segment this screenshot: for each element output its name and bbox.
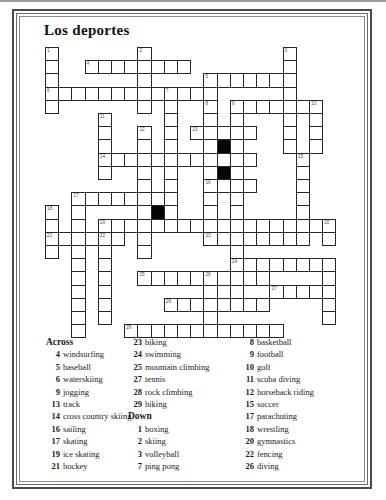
cell-number: 8 (205, 101, 208, 106)
grid-cell: 24 (230, 258, 244, 272)
grid-cell (124, 192, 138, 206)
clue-number: 7 (128, 460, 142, 472)
grid-cell (309, 126, 323, 140)
grid-cell (283, 285, 297, 299)
clue-item: 29hiking (128, 398, 209, 410)
clue-text: waterskiing (63, 374, 103, 384)
cell-number: 23 (205, 233, 210, 238)
grid-cell (71, 219, 85, 233)
grid-cell (203, 87, 217, 101)
grid-cell (164, 179, 178, 193)
clue-text: diving (257, 461, 279, 471)
clue-text: skiing (145, 436, 166, 446)
grid-cell (71, 285, 85, 299)
grid-cell (164, 205, 178, 219)
grid-cell (256, 298, 270, 312)
grid-cell (269, 100, 283, 114)
clue-number: 10 (240, 361, 254, 373)
cell-number: 26 (205, 272, 210, 277)
grid-cell (71, 271, 85, 285)
grid-cell (137, 232, 151, 246)
grid-cell (98, 311, 112, 325)
clue-item: 21hockey (46, 460, 131, 472)
grid-cell: 16 (203, 179, 217, 193)
clue-text: hiking (145, 399, 167, 409)
grid-cell (283, 60, 297, 74)
cell-number: 19 (100, 220, 105, 225)
clue-text: horseback riding (257, 387, 314, 397)
cell-number: 1 (47, 48, 50, 53)
grid-cell (111, 60, 125, 74)
grid-cell: 26 (203, 271, 217, 285)
clue-item: 2skiing (128, 435, 209, 447)
grid-cell: 25 (137, 271, 151, 285)
cell-number: 20 (324, 220, 329, 225)
grid-cell (111, 232, 125, 246)
grid-cell (45, 219, 59, 233)
grid-cell (151, 219, 165, 233)
grid-cell (124, 87, 138, 101)
grid-cell (151, 192, 165, 206)
clue-item: 10golf (240, 361, 314, 373)
grid-cell (230, 153, 244, 167)
clue-number: 5 (46, 361, 60, 373)
grid-cell (151, 153, 165, 167)
grid-cell (243, 73, 257, 87)
grid-cell (137, 87, 151, 101)
grid-cell: 23 (203, 232, 217, 246)
cell-number: 18 (47, 206, 52, 211)
clue-number: 24 (128, 348, 142, 360)
grid-cell (190, 298, 204, 312)
grid-cell (164, 271, 178, 285)
clue-text: windsurfing (63, 349, 104, 359)
grid-cell: 7 (164, 87, 178, 101)
cell-number: 6 (47, 88, 50, 93)
clue-item: 20gymnastics (240, 435, 314, 447)
grid-cell: 13 (190, 126, 204, 140)
clue-text: swimming (145, 349, 181, 359)
grid-cell: 19 (98, 219, 112, 233)
grid-cell (164, 60, 178, 74)
clue-text: scuba diving (257, 374, 300, 384)
grid-cell (309, 285, 323, 299)
crossword-grid: 1234567891011121314151617181920212223242… (45, 47, 336, 338)
grid-cell (71, 232, 85, 246)
grid-cell (283, 73, 297, 87)
grid-cell: 17 (71, 192, 85, 206)
grid-cell (243, 298, 257, 312)
grid-cell (322, 311, 336, 325)
grid-cell (217, 324, 231, 338)
clue-text: jogging (63, 387, 89, 397)
clue-text: mountain climbing (145, 362, 209, 372)
grid-cell (230, 271, 244, 285)
grid-cell: 18 (45, 205, 59, 219)
clue-item: 22fencing (240, 448, 314, 460)
clue-number: 19 (46, 448, 60, 460)
grid-cell (296, 192, 310, 206)
grid-cell (203, 205, 217, 219)
grid-cell (256, 73, 270, 87)
grid-cell (98, 192, 112, 206)
grid-cell (243, 179, 257, 193)
grid-cell (111, 192, 125, 206)
cell-number: 29 (126, 325, 131, 330)
grid-cell (98, 298, 112, 312)
clue-item: 14cross country skiing (46, 410, 131, 422)
clue-number: 21 (46, 460, 60, 472)
grid-cell (283, 87, 297, 101)
clue-text: volleyball (145, 449, 179, 459)
grid-cell: 8 (203, 100, 217, 114)
grid-cell (137, 245, 151, 259)
grid-cell (217, 232, 231, 246)
grid-cell (269, 219, 283, 233)
grid-cell (256, 219, 270, 233)
grid-cell (177, 298, 191, 312)
grid-cell (111, 153, 125, 167)
grid-cell (322, 258, 336, 272)
grid-cell (124, 60, 138, 74)
clue-number: 17 (240, 410, 254, 422)
grid-cell (45, 245, 59, 259)
clue-item: 3volleyball (128, 448, 209, 460)
grid-cell: 11 (98, 113, 112, 127)
cell-number: 22 (100, 233, 105, 238)
grid-cell (217, 271, 231, 285)
grid-cell (45, 73, 59, 87)
grid-cell (164, 166, 178, 180)
grid-cell (283, 113, 297, 127)
clue-number: 29 (128, 398, 142, 410)
grid-cell (296, 258, 310, 272)
grid-cell (322, 285, 336, 299)
cell-number: 5 (205, 74, 208, 79)
grid-cell (164, 153, 178, 167)
clue-item: 17parachuting (240, 410, 314, 422)
grid-cell: 4 (85, 60, 99, 74)
cell-number: 17 (73, 193, 78, 198)
clue-number: 22 (240, 448, 254, 460)
grid-cell (230, 139, 244, 153)
grid-cell (203, 219, 217, 233)
grid-cell: 27 (269, 285, 283, 299)
clue-number: 14 (46, 410, 60, 422)
clue-item: 15soccer (240, 398, 314, 410)
grid-cell (124, 219, 138, 233)
grid-cell (190, 87, 204, 101)
grid-cell (137, 179, 151, 193)
clue-number: 23 (128, 336, 142, 348)
cell-number: 3 (285, 48, 288, 53)
clue-item: 7ping pong (128, 460, 209, 472)
grid-cell (243, 258, 257, 272)
grid-cell (137, 73, 151, 87)
grid-cell (45, 60, 59, 74)
grid-cell (283, 139, 297, 153)
clue-number: 27 (128, 373, 142, 385)
grid-cell (85, 87, 99, 101)
grid-cell (71, 87, 85, 101)
grid-cell (85, 232, 99, 246)
grid-cell (98, 166, 112, 180)
cell-number: 13 (192, 127, 197, 132)
grid-cell (296, 166, 310, 180)
clue-text: ping pong (145, 461, 179, 471)
clue-number: 12 (240, 386, 254, 398)
grid-cell (296, 100, 310, 114)
clue-item: 9football (240, 348, 314, 360)
grid-cell (58, 87, 72, 101)
grid-cell (98, 285, 112, 299)
grid-cell (243, 126, 257, 140)
clue-text: parachuting (257, 411, 297, 421)
grid-cell (151, 87, 165, 101)
clue-text: tennis (145, 374, 165, 384)
grid-cell (98, 245, 112, 259)
grid-cell (71, 298, 85, 312)
grid-cell (322, 232, 336, 246)
clue-text: hockey (63, 461, 88, 471)
down-header: Down (128, 410, 209, 422)
grid-cell (243, 153, 257, 167)
grid-cell (296, 205, 310, 219)
clue-text: soccer (257, 399, 279, 409)
clue-number: 9 (240, 348, 254, 360)
clue-number: 11 (240, 373, 254, 385)
clue-number: 17 (46, 435, 60, 447)
clue-number: 16 (46, 423, 60, 435)
grid-cell (217, 153, 231, 167)
grid-cell: 10 (309, 100, 323, 114)
cell-number: 15 (298, 154, 303, 159)
clue-number: 20 (240, 435, 254, 447)
grid-cell (243, 271, 257, 285)
cell-number: 16 (205, 180, 210, 185)
clue-item: 26diving (240, 460, 314, 472)
grid-cell (309, 113, 323, 127)
clue-number: 15 (240, 398, 254, 410)
grid-cell (203, 311, 217, 325)
grid-cell (217, 219, 231, 233)
grid-cell (137, 60, 151, 74)
black-cell (217, 166, 231, 180)
grid-cell (243, 100, 257, 114)
grid-cell (230, 73, 244, 87)
grid-cell (309, 219, 323, 233)
grid-cell (98, 87, 112, 101)
across-header: Across (46, 336, 131, 348)
clue-text: golf (257, 362, 271, 372)
clue-item: 16sailing (46, 423, 131, 435)
grid-cell (137, 205, 151, 219)
grid-cell (137, 100, 151, 114)
grid-cell (230, 192, 244, 206)
cell-number: 25 (139, 272, 144, 277)
clue-text: track (63, 399, 80, 409)
grid-cell (283, 258, 297, 272)
grid-cell (217, 73, 231, 87)
grid-cell (98, 60, 112, 74)
grid-cell (151, 60, 165, 74)
cell-number: 10 (311, 101, 316, 106)
grid-cell (177, 219, 191, 233)
clue-item: 18wrestling (240, 423, 314, 435)
clue-item: 12horseback riding (240, 386, 314, 398)
clue-item: 23biking (128, 336, 209, 348)
grid-cell (203, 298, 217, 312)
grid-cell (164, 139, 178, 153)
clue-number: 18 (240, 423, 254, 435)
grid-cell (85, 192, 99, 206)
clue-item: 5baseball (46, 361, 131, 373)
cell-number: 27 (271, 286, 276, 291)
grid-cell: 5 (203, 73, 217, 87)
clue-text: ice skating (63, 449, 100, 459)
grid-cell (164, 126, 178, 140)
clue-column-2: 23biking24swimming25mountain climbing27t… (128, 336, 209, 472)
grid-cell: 22 (98, 232, 112, 246)
clue-text: rock climbing (145, 387, 192, 397)
cell-number: 4 (87, 61, 90, 66)
clue-number: 13 (46, 398, 60, 410)
grid-cell (256, 232, 270, 246)
grid-cell: 15 (296, 153, 310, 167)
grid-cell (164, 113, 178, 127)
clue-text: fencing (257, 449, 283, 459)
grid-cell (256, 258, 270, 272)
clue-number: 1 (128, 423, 142, 435)
worksheet-page: Los deportes 123456789101112131415161718… (0, 0, 386, 500)
cell-number: 12 (139, 127, 144, 132)
grid-cell (203, 113, 217, 127)
grid-cell (151, 271, 165, 285)
grid-cell (45, 100, 59, 114)
grid-cell (217, 298, 231, 312)
grid-cell (177, 153, 191, 167)
grid-cell (217, 179, 231, 193)
clue-item: 27tennis (128, 373, 209, 385)
cell-number: 14 (100, 154, 105, 159)
clue-text: gymnastics (257, 436, 295, 446)
clue-number: 8 (240, 336, 254, 348)
grid-cell (283, 100, 297, 114)
clue-item: 4windsurfing (46, 348, 131, 360)
black-cell (151, 205, 165, 219)
grid-cell (177, 271, 191, 285)
grid-cell: 14 (98, 153, 112, 167)
grid-cell (124, 153, 138, 167)
grid-cell (230, 166, 244, 180)
grid-cell (269, 73, 283, 87)
grid-cell (71, 245, 85, 259)
grid-cell (283, 219, 297, 233)
grid-cell (111, 87, 125, 101)
grid-cell (58, 232, 72, 246)
grid-cell (309, 139, 323, 153)
clue-item: 9jogging (46, 386, 131, 398)
grid-cell (190, 271, 204, 285)
grid-cell (256, 271, 270, 285)
cell-number: 24 (232, 259, 237, 264)
grid-cell (203, 126, 217, 140)
clue-column-3: 8basketball9football10golf11scuba diving… (240, 336, 314, 472)
grid-cell (164, 192, 178, 206)
clue-text: biking (145, 337, 167, 347)
clue-number: 4 (46, 348, 60, 360)
grid-cell (137, 153, 151, 167)
grid-cell (203, 285, 217, 299)
grid-cell (203, 139, 217, 153)
grid-cell: 12 (137, 126, 151, 140)
page-title: Los deportes (44, 22, 130, 39)
cell-number: 7 (166, 88, 169, 93)
clue-number: 25 (128, 361, 142, 373)
grid-cell (296, 179, 310, 193)
clue-item: 19ice skating (46, 448, 131, 460)
grid-cell: 21 (45, 232, 59, 246)
clue-item: 11scuba diving (240, 373, 314, 385)
grid-cell (203, 192, 217, 206)
clue-item: 28rock climbing (128, 386, 209, 398)
grid-cell (203, 153, 217, 167)
grid-cell (230, 298, 244, 312)
grid-cell (269, 232, 283, 246)
cell-number: 28 (166, 299, 171, 304)
clue-text: skating (63, 436, 88, 446)
clue-item: 1boxing (128, 423, 209, 435)
grid-cell (230, 232, 244, 246)
clue-item: 6waterskiing (46, 373, 131, 385)
grid-cell (98, 126, 112, 140)
grid-cell (230, 113, 244, 127)
clue-text: sailing (63, 424, 86, 434)
cell-number: 11 (100, 114, 105, 119)
grid-cell (203, 166, 217, 180)
grid-cell (98, 139, 112, 153)
grid-cell (230, 245, 244, 259)
clue-item: 25mountain climbing (128, 361, 209, 373)
grid-cell (164, 219, 178, 233)
clue-number: 28 (128, 386, 142, 398)
clue-number: 9 (46, 386, 60, 398)
clue-text: baseball (63, 362, 91, 372)
grid-cell: 28 (164, 298, 178, 312)
grid-cell (309, 258, 323, 272)
clue-item: 13track (46, 398, 131, 410)
grid-cell (98, 258, 112, 272)
scan-edge-artifact (0, 0, 386, 2)
clue-column-1: Across4windsurfing5baseball6waterskiing9… (46, 336, 131, 472)
clue-text: basketball (257, 337, 291, 347)
grid-cell (296, 232, 310, 246)
grid-cell: 9 (230, 100, 244, 114)
grid-cell: 20 (322, 219, 336, 233)
grid-cell (164, 100, 178, 114)
grid-cell (137, 139, 151, 153)
grid-cell (322, 298, 336, 312)
clue-text: cross country skiing (63, 411, 131, 421)
grid-cell (283, 232, 297, 246)
grid-cell (230, 126, 244, 140)
clue-number: 6 (46, 373, 60, 385)
clue-text: football (257, 349, 283, 359)
cell-number: 2 (139, 48, 142, 53)
grid-cell (177, 87, 191, 101)
grid-cell (71, 258, 85, 272)
grid-cell (230, 285, 244, 299)
